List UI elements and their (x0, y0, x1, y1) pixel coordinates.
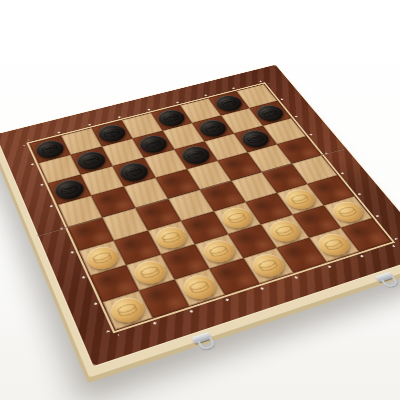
white-man-glyph: ⛀ (113, 297, 142, 321)
black-man-glyph: ⛂ (183, 146, 208, 163)
black-man-glyph: ⛂ (121, 162, 146, 180)
black-man-glyph: ⛂ (159, 110, 183, 126)
white-man-glyph: ⛀ (223, 207, 250, 227)
white-man-glyph: ⛀ (270, 220, 298, 241)
white-man-glyph: ⛀ (333, 201, 361, 221)
black-man-glyph: ⛂ (217, 95, 241, 110)
white-man-glyph: ⛀ (157, 226, 184, 247)
black-man-glyph: ⛂ (38, 140, 61, 157)
black-man-glyph: ⛂ (57, 180, 82, 199)
white-man-glyph: ⛀ (286, 189, 314, 208)
white-man-glyph: ⛀ (185, 275, 214, 298)
black-man-glyph: ⛂ (200, 120, 224, 136)
white-man-glyph: ⛀ (205, 240, 233, 262)
black-man-glyph: ⛂ (100, 125, 124, 141)
white-man-glyph: ⛀ (253, 254, 282, 276)
black-man-glyph: ⛂ (141, 135, 165, 152)
black-man-glyph: ⛂ (242, 130, 267, 147)
white-man-glyph: ⛀ (319, 233, 348, 254)
black-man-glyph: ⛂ (79, 151, 103, 169)
white-man-glyph: ⛀ (89, 246, 116, 268)
photo-background: ⛂⛂⛂⛂⛂⛂⛂⛂⛂⛂⛂⛂⛀⛀⛀⛀⛀⛀⛀⛀⛀⛀⛀⛀ (0, 0, 400, 400)
black-man-glyph: ⛂ (258, 105, 283, 121)
white-man-glyph: ⛀ (136, 260, 164, 283)
